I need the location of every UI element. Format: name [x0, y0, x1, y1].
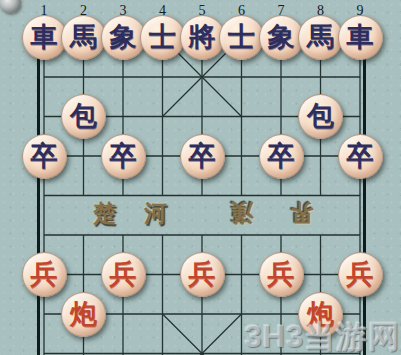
river-right-char: 漢	[229, 199, 255, 227]
piece-red-f3-r6[interactable]: 兵	[101, 252, 146, 297]
piece-black-f3-r3[interactable]: 卒	[101, 134, 146, 179]
piece-black-f2-r0[interactable]: 馬	[61, 15, 106, 60]
piece-black-f7-r0[interactable]: 象	[259, 15, 304, 60]
piece-black-f5-r0[interactable]: 將	[180, 15, 225, 60]
piece-black-f9-r3[interactable]: 卒	[338, 134, 383, 179]
piece-black-f7-r3[interactable]: 卒	[259, 134, 304, 179]
piece-red-f9-r6[interactable]: 兵	[338, 252, 383, 297]
piece-black-f4-r0[interactable]: 士	[140, 15, 185, 60]
watermark: 3H3当游网	[244, 320, 400, 354]
piece-black-f9-r0[interactable]: 車	[338, 15, 383, 60]
piece-black-f2-r2[interactable]: 包	[61, 94, 106, 139]
river-label-left: 楚河	[93, 199, 195, 227]
piece-red-f2-r7[interactable]: 炮	[61, 292, 106, 337]
river-label-right: 漢界	[229, 199, 315, 227]
xiangqi-app-window: { "game": "xiangqi", "position": { "fen"…	[0, 0, 401, 355]
piece-red-f1-r6[interactable]: 兵	[22, 252, 67, 297]
piece-red-f5-r6[interactable]: 兵	[180, 252, 225, 297]
piece-black-f3-r0[interactable]: 象	[101, 15, 146, 60]
piece-black-f1-r0[interactable]: 車	[22, 15, 67, 60]
river-right-char: 界	[289, 199, 315, 227]
piece-black-f1-r3[interactable]: 卒	[22, 134, 67, 179]
piece-red-f7-r6[interactable]: 兵	[259, 252, 304, 297]
piece-black-f8-r2[interactable]: 包	[298, 94, 343, 139]
piece-black-f5-r3[interactable]: 卒	[180, 134, 225, 179]
piece-black-f8-r0[interactable]: 馬	[298, 15, 343, 60]
piece-black-f6-r0[interactable]: 士	[219, 15, 264, 60]
